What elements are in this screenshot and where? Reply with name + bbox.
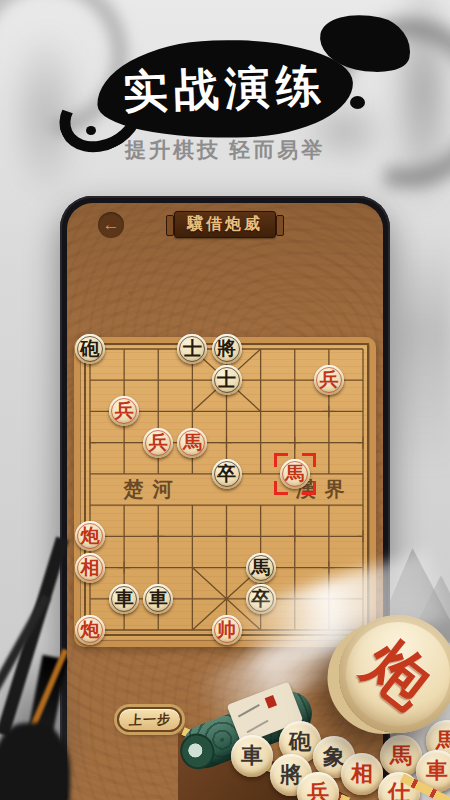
xiangqi-board[interactable]: 楚河 漢界 砲士將士兵兵兵馬卒馬炮相馬車車卒炮帅 (74, 337, 376, 647)
phone-screen: ← 驥借炮威 楚河 漢界 砲士將士兵兵兵馬卒馬炮相馬車車卒炮帅 上一步 (67, 203, 383, 800)
undo-button[interactable]: 上一步 (117, 707, 182, 732)
ink-smoke-right (396, 240, 450, 470)
board-piece-black[interactable]: 卒 (212, 459, 242, 489)
board-piece-red[interactable]: 炮 (75, 615, 105, 645)
page-title: 实战演练 (95, 36, 354, 143)
phone-mockup: ← 驥借炮威 楚河 漢界 砲士將士兵兵兵馬卒馬炮相馬車車卒炮帅 上一步 (60, 196, 390, 800)
board-piece-red[interactable]: 兵 (314, 365, 344, 395)
ink-splash: 实战演练 (95, 36, 354, 143)
back-button[interactable]: ← (98, 212, 124, 238)
page-subtitle: 提升棋技 轻而易举 (0, 136, 450, 164)
undo-button-label: 上一步 (128, 710, 171, 730)
ink-dot (350, 96, 365, 109)
level-banner: 驥借炮威 (174, 211, 276, 238)
board-piece-black[interactable]: 馬 (246, 553, 276, 583)
box-gold-trim-2 (400, 773, 450, 800)
board-piece-red[interactable]: 相 (75, 553, 105, 583)
board-piece-black[interactable]: 車 (143, 584, 173, 614)
board-piece-red[interactable]: 帅 (212, 615, 242, 645)
river-label-left: 楚河 (115, 476, 182, 503)
page: 实战演练 提升棋技 轻而易举 ← 驥借炮威 楚河 漢界 砲士將士兵兵兵馬卒馬炮相… (0, 0, 450, 800)
board-piece-black[interactable]: 卒 (246, 584, 276, 614)
board-piece-red[interactable]: 兵 (143, 428, 173, 458)
board-piece-black[interactable]: 砲 (75, 334, 105, 364)
decor-piece: 車 (416, 750, 450, 792)
ink-mountain-2 (406, 575, 450, 645)
ink-dot (86, 126, 96, 135)
board-piece-black[interactable]: 車 (109, 584, 139, 614)
board-piece-red[interactable]: 馬 (280, 459, 310, 489)
board-piece-black[interactable]: 將 (212, 334, 242, 364)
board-piece-black[interactable]: 士 (212, 365, 242, 395)
decor-piece: 馬 (426, 720, 450, 762)
back-arrow-icon: ← (103, 215, 120, 235)
level-title: 驥借炮威 (187, 214, 263, 235)
board-piece-red[interactable]: 馬 (177, 428, 207, 458)
